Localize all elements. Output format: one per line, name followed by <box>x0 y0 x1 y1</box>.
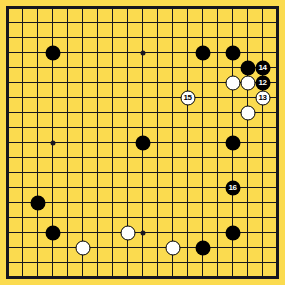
move-number: 12 <box>258 79 266 87</box>
move-number: 13 <box>258 94 266 102</box>
grid-line <box>262 6 263 279</box>
go-board: 1412151316 <box>0 0 285 285</box>
grid-line <box>217 6 218 279</box>
grid-line <box>157 6 158 279</box>
white-stone <box>240 75 255 90</box>
grid-line <box>187 6 188 279</box>
black-stone <box>195 45 210 60</box>
black-stone-numbered: 12 <box>255 75 270 90</box>
white-stone <box>240 105 255 120</box>
star-point <box>50 140 55 145</box>
black-stone <box>45 45 60 60</box>
move-number: 16 <box>228 184 236 192</box>
board-edge-line <box>6 276 279 279</box>
black-stone <box>240 60 255 75</box>
black-stone <box>225 135 240 150</box>
white-stone <box>225 75 240 90</box>
grid-line <box>6 247 279 248</box>
grid-line <box>6 157 279 158</box>
grid-line <box>6 217 279 218</box>
black-stone <box>195 240 210 255</box>
go-board-diagram: 1412151316 <box>0 0 285 285</box>
black-stone <box>225 45 240 60</box>
black-stone <box>45 225 60 240</box>
white-stone-numbered: 15 <box>180 90 195 105</box>
grid-line <box>6 202 279 203</box>
move-number: 14 <box>258 64 266 72</box>
star-point <box>140 50 145 55</box>
black-stone-numbered: 14 <box>255 60 270 75</box>
black-stone-numbered: 16 <box>225 180 240 195</box>
black-stone <box>225 225 240 240</box>
black-stone <box>30 195 45 210</box>
white-stone <box>120 225 135 240</box>
grid-line <box>6 262 279 263</box>
black-stone <box>135 135 150 150</box>
grid-line <box>6 172 279 173</box>
board-edge-line <box>276 6 279 279</box>
white-stone <box>165 240 180 255</box>
move-number: 15 <box>183 94 191 102</box>
grid-line <box>247 6 248 279</box>
white-stone <box>75 240 90 255</box>
white-stone-numbered: 13 <box>255 90 270 105</box>
star-point <box>140 230 145 235</box>
grid-line <box>172 6 173 279</box>
